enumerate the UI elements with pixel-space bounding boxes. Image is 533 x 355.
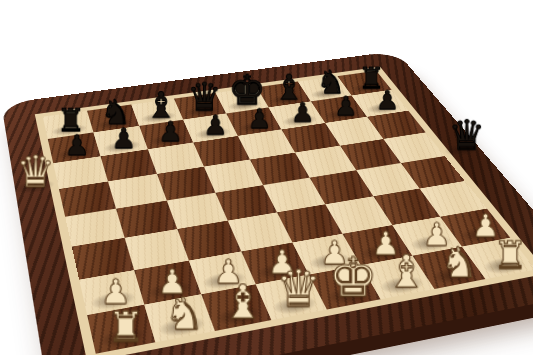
piece-shadow	[97, 325, 149, 351]
piece-shadow	[95, 116, 134, 131]
square-b4	[116, 201, 177, 238]
piece-shadow	[441, 142, 485, 158]
piece-shadow	[323, 283, 374, 307]
piece-shadow	[13, 178, 56, 196]
piece-shadow	[269, 293, 321, 317]
board-grid: ♜♞♝♛♚♝♞♜♟♟♟♟♟♟♟♟♟♟♟♟♟♟♟♟♜♞♝♛♚♝♞♜	[43, 71, 533, 354]
chess-board: ♜♞♝♛♚♝♞♜♟♟♟♟♟♟♟♟♟♟♟♟♟♟♟♟♜♞♝♛♚♝♞♜ ♛ ♛	[1, 51, 533, 355]
piece-shadow	[357, 241, 406, 262]
piece-shadow	[407, 233, 456, 254]
chess-set-photo: ♜♞♝♛♚♝♞♜♟♟♟♟♟♟♟♟♟♟♟♟♟♟♟♟♜♞♝♛♚♝♞♜ ♛ ♛	[0, 0, 533, 355]
square-h2: ♟	[440, 208, 511, 246]
piece-shadow	[428, 264, 479, 287]
board-inner-maple-border: ♜♞♝♛♚♝♞♜♟♟♟♟♟♟♟♟♟♟♟♟♟♟♟♟♜♞♝♛♚♝♞♜	[35, 67, 533, 355]
piece-shadow	[156, 314, 208, 340]
square-a1: ♜	[87, 304, 156, 353]
piece-shadow	[456, 224, 505, 244]
white-pawn: ♟	[459, 211, 512, 242]
piece-shadow	[237, 119, 277, 134]
square-a7: ♟	[48, 133, 101, 164]
square-f1: ♝	[361, 256, 434, 300]
piece-shadow	[376, 274, 427, 297]
piece-shadow	[213, 304, 265, 329]
piece-shadow	[479, 255, 530, 277]
square-c4	[166, 193, 227, 230]
square-f4	[310, 170, 373, 204]
square-b6	[101, 149, 157, 181]
square-h1: ♜	[462, 238, 533, 279]
